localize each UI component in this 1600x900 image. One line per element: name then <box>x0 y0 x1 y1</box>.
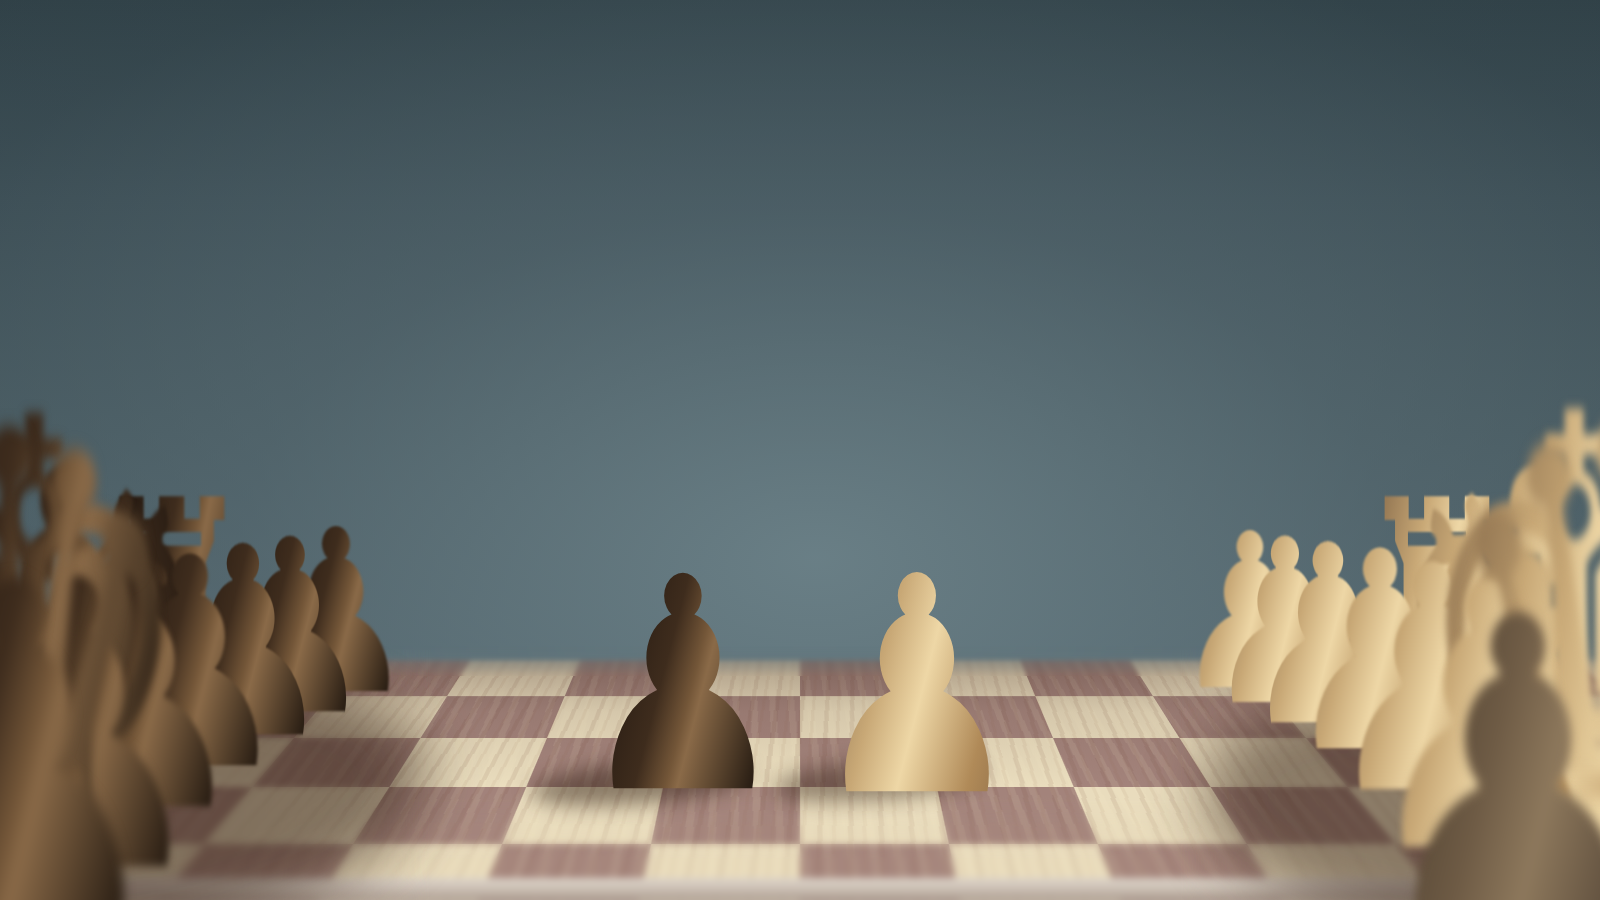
piece-layer: ♟♟♟♟♟♟♟♟♟♜♞♝♚♛♟♟♟♟♟♟♟♜♞♝♚♛ <box>0 0 1600 900</box>
chess-scene: ♟♟♟♟♟♟♟♟♟♜♞♝♚♛♟♟♟♟♟♟♟♜♞♝♚♛ <box>0 0 1600 900</box>
white-pawn-a2[interactable]: ♟ <box>1364 561 1600 900</box>
white-pawn-e4[interactable]: ♟ <box>809 538 1024 838</box>
black-pawn-a7[interactable]: ♟ <box>0 523 178 900</box>
black-pawn-e5[interactable]: ♟ <box>577 539 789 834</box>
